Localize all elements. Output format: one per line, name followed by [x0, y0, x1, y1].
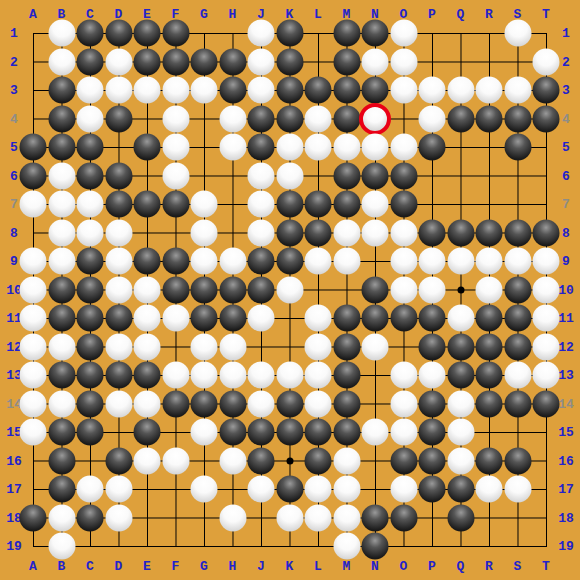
coord-label-col-bottom: D [115, 560, 123, 573]
coord-label-col-bottom: F [172, 560, 180, 573]
stone-white[interactable] [305, 333, 332, 360]
coord-label-row-right: 8 [562, 226, 570, 239]
stone-black[interactable] [219, 419, 246, 446]
stone-white[interactable] [248, 362, 275, 389]
coord-label-col-bottom: E [143, 560, 151, 573]
coord-label-row-left: 6 [10, 169, 18, 182]
stone-black[interactable] [362, 504, 389, 531]
stone-white[interactable] [390, 362, 417, 389]
stone-black[interactable] [504, 447, 531, 474]
stone-black[interactable] [362, 162, 389, 189]
stone-white[interactable] [362, 219, 389, 246]
coord-label-row-right: 7 [562, 198, 570, 211]
stone-black[interactable] [276, 105, 303, 132]
stone-black[interactable] [504, 134, 531, 161]
stone-black[interactable] [20, 162, 47, 189]
stone-white[interactable] [105, 248, 132, 275]
stone-black[interactable] [77, 20, 104, 47]
stone-black[interactable] [504, 390, 531, 417]
stone-white[interactable] [362, 333, 389, 360]
coord-label-row-right: 3 [562, 84, 570, 97]
stone-white[interactable] [219, 504, 246, 531]
coord-label-col-bottom: Q [457, 560, 465, 573]
stone-black[interactable] [333, 48, 360, 75]
stone-white[interactable] [305, 305, 332, 332]
stone-black[interactable] [105, 105, 132, 132]
stone-white[interactable] [305, 390, 332, 417]
stone-white[interactable] [219, 248, 246, 275]
coord-label-col-bottom: T [542, 560, 550, 573]
stone-black[interactable] [77, 362, 104, 389]
stone-white[interactable] [248, 77, 275, 104]
stone-black[interactable] [447, 476, 474, 503]
stone-white[interactable] [276, 362, 303, 389]
stone-black[interactable] [476, 333, 503, 360]
stone-white[interactable] [504, 476, 531, 503]
stone-black[interactable] [248, 276, 275, 303]
stone-white[interactable] [105, 219, 132, 246]
stone-white[interactable] [191, 333, 218, 360]
stone-white[interactable] [162, 77, 189, 104]
stone-black[interactable] [105, 20, 132, 47]
stone-black[interactable] [305, 77, 332, 104]
stone-white[interactable] [276, 504, 303, 531]
stone-black[interactable] [419, 134, 446, 161]
stone-black[interactable] [419, 333, 446, 360]
stone-black[interactable] [48, 476, 75, 503]
coord-label-row-right: 5 [562, 141, 570, 154]
stone-black[interactable] [191, 48, 218, 75]
stone-black[interactable] [134, 419, 161, 446]
stone-white[interactable] [134, 77, 161, 104]
stone-white[interactable] [134, 305, 161, 332]
stone-white[interactable] [533, 305, 560, 332]
stone-black[interactable] [77, 48, 104, 75]
stone-black[interactable] [219, 276, 246, 303]
stone-white[interactable] [476, 476, 503, 503]
stone-white[interactable] [191, 191, 218, 218]
stone-black[interactable] [476, 105, 503, 132]
stone-black[interactable] [77, 419, 104, 446]
stone-black[interactable] [105, 305, 132, 332]
stone-white[interactable] [276, 162, 303, 189]
stone-black[interactable] [219, 48, 246, 75]
stone-white[interactable] [248, 191, 275, 218]
stone-white[interactable] [419, 362, 446, 389]
stone-white[interactable] [48, 48, 75, 75]
stone-white[interactable] [419, 77, 446, 104]
stone-white[interactable] [219, 333, 246, 360]
stone-white[interactable] [533, 362, 560, 389]
stone-white[interactable] [390, 219, 417, 246]
stone-white[interactable] [447, 419, 474, 446]
stone-white[interactable] [533, 48, 560, 75]
stone-white[interactable] [305, 476, 332, 503]
stone-black[interactable] [20, 504, 47, 531]
coord-label-row-right: 10 [558, 283, 574, 296]
stone-black[interactable] [533, 77, 560, 104]
stone-white[interactable] [162, 305, 189, 332]
coord-label-row-left: 9 [10, 255, 18, 268]
coord-label-col-top: Q [457, 8, 465, 21]
stone-white[interactable] [419, 276, 446, 303]
stone-white[interactable] [20, 390, 47, 417]
coord-label-col-top: A [29, 8, 37, 21]
stone-white[interactable] [276, 134, 303, 161]
stone-white[interactable] [390, 476, 417, 503]
stone-white[interactable] [134, 333, 161, 360]
stone-black[interactable] [305, 447, 332, 474]
stone-white[interactable] [362, 419, 389, 446]
stone-white[interactable] [419, 105, 446, 132]
coord-label-col-bottom: O [400, 560, 408, 573]
stone-white[interactable] [162, 447, 189, 474]
stone-black[interactable] [48, 105, 75, 132]
stone-white[interactable] [533, 276, 560, 303]
stone-white[interactable] [191, 476, 218, 503]
coord-label-row-left: 16 [6, 454, 22, 467]
coord-label-row-left: 1 [10, 27, 18, 40]
stone-black[interactable] [333, 77, 360, 104]
stone-black[interactable] [248, 447, 275, 474]
stone-black[interactable] [333, 419, 360, 446]
stone-white[interactable] [248, 162, 275, 189]
coord-label-row-right: 1 [562, 27, 570, 40]
stone-black[interactable] [476, 219, 503, 246]
stone-white[interactable] [48, 504, 75, 531]
stone-white[interactable] [476, 248, 503, 275]
stone-white[interactable] [48, 333, 75, 360]
stone-white[interactable] [20, 248, 47, 275]
stone-white[interactable] [219, 362, 246, 389]
stone-black[interactable] [333, 105, 360, 132]
coord-label-row-left: 17 [6, 483, 22, 496]
stone-white[interactable] [362, 134, 389, 161]
stone-white[interactable] [390, 134, 417, 161]
stone-black[interactable] [390, 305, 417, 332]
stone-white[interactable] [305, 362, 332, 389]
stone-white[interactable] [248, 390, 275, 417]
stone-white[interactable] [390, 248, 417, 275]
stone-white[interactable] [248, 219, 275, 246]
stone-white[interactable] [390, 390, 417, 417]
stone-black[interactable] [105, 191, 132, 218]
stone-black[interactable] [276, 77, 303, 104]
stone-white[interactable] [533, 333, 560, 360]
stone-white[interactable] [134, 390, 161, 417]
stone-black[interactable] [419, 447, 446, 474]
stone-white[interactable] [390, 48, 417, 75]
stone-black[interactable] [362, 20, 389, 47]
stone-white[interactable] [476, 276, 503, 303]
stone-black[interactable] [219, 390, 246, 417]
stone-black[interactable] [77, 134, 104, 161]
coord-label-col-bottom: A [29, 560, 37, 573]
stone-white[interactable] [333, 447, 360, 474]
stone-black[interactable] [48, 419, 75, 446]
stone-white[interactable] [419, 248, 446, 275]
stone-black[interactable] [48, 77, 75, 104]
stone-white[interactable] [77, 219, 104, 246]
coord-label-col-top: T [542, 8, 550, 21]
stone-white[interactable] [248, 305, 275, 332]
stone-white[interactable] [390, 276, 417, 303]
stone-black[interactable] [134, 48, 161, 75]
stone-white[interactable] [333, 248, 360, 275]
stone-white[interactable] [48, 219, 75, 246]
stone-white[interactable] [162, 134, 189, 161]
stone-white[interactable] [48, 390, 75, 417]
stone-white[interactable] [533, 248, 560, 275]
stone-black[interactable] [48, 362, 75, 389]
stone-white[interactable] [77, 77, 104, 104]
stone-black[interactable] [20, 134, 47, 161]
stone-black[interactable] [333, 390, 360, 417]
stone-white[interactable] [219, 105, 246, 132]
coord-label-row-right: 2 [562, 55, 570, 68]
stone-black[interactable] [77, 504, 104, 531]
go-board: AABBCCDDEEFFGGHHJJKKLLMMNNOOPPQQRRSSTT11… [0, 0, 580, 580]
stone-black[interactable] [333, 20, 360, 47]
stone-black[interactable] [134, 362, 161, 389]
stone-white[interactable] [20, 333, 47, 360]
stone-white[interactable] [191, 219, 218, 246]
stone-black[interactable] [333, 333, 360, 360]
stone-black[interactable] [419, 305, 446, 332]
stone-white[interactable] [390, 419, 417, 446]
coord-label-row-right: 16 [558, 454, 574, 467]
stone-white[interactable] [447, 305, 474, 332]
stone-white[interactable] [333, 533, 360, 560]
stone-black[interactable] [77, 305, 104, 332]
stone-white[interactable] [276, 276, 303, 303]
coord-label-row-left: 2 [10, 55, 18, 68]
stone-black[interactable] [362, 305, 389, 332]
stone-white[interactable] [20, 191, 47, 218]
stone-white[interactable] [504, 248, 531, 275]
stone-white[interactable] [333, 219, 360, 246]
stone-black[interactable] [504, 333, 531, 360]
stone-white[interactable] [305, 105, 332, 132]
stone-black[interactable] [48, 447, 75, 474]
stone-black[interactable] [48, 305, 75, 332]
stone-black[interactable] [333, 362, 360, 389]
stone-white[interactable] [504, 20, 531, 47]
stone-black[interactable] [134, 134, 161, 161]
stone-black[interactable] [134, 191, 161, 218]
stone-white[interactable] [162, 162, 189, 189]
stone-black[interactable] [390, 191, 417, 218]
stone-black[interactable] [134, 248, 161, 275]
stone-black[interactable] [191, 390, 218, 417]
stone-black[interactable] [77, 333, 104, 360]
stone-white[interactable] [77, 191, 104, 218]
stone-black[interactable] [333, 191, 360, 218]
stone-white[interactable] [162, 105, 189, 132]
stone-black[interactable] [476, 390, 503, 417]
stone-black[interactable] [504, 305, 531, 332]
stone-black[interactable] [276, 248, 303, 275]
stone-white[interactable] [105, 276, 132, 303]
stone-black[interactable] [362, 276, 389, 303]
stone-black[interactable] [162, 390, 189, 417]
coord-label-col-bottom: R [485, 560, 493, 573]
stone-white[interactable] [390, 77, 417, 104]
stone-black[interactable] [533, 390, 560, 417]
stone-black[interactable] [276, 48, 303, 75]
stone-white[interactable] [362, 48, 389, 75]
stone-black[interactable] [533, 219, 560, 246]
stone-black[interactable] [476, 447, 503, 474]
stone-black[interactable] [48, 276, 75, 303]
stone-white[interactable] [48, 191, 75, 218]
stone-white[interactable] [447, 77, 474, 104]
stone-black[interactable] [77, 390, 104, 417]
stone-white[interactable] [333, 476, 360, 503]
stone-black[interactable] [419, 390, 446, 417]
stone-black[interactable] [305, 419, 332, 446]
stone-white[interactable] [248, 48, 275, 75]
stone-black[interactable] [419, 219, 446, 246]
coord-label-row-right: 4 [562, 112, 570, 125]
coord-label-col-bottom: K [286, 560, 294, 573]
stone-black[interactable] [476, 362, 503, 389]
stone-black[interactable] [533, 105, 560, 132]
coord-label-row-right: 9 [562, 255, 570, 268]
stone-black[interactable] [48, 134, 75, 161]
stone-black[interactable] [419, 419, 446, 446]
stone-white[interactable] [248, 476, 275, 503]
stone-white[interactable] [134, 276, 161, 303]
stone-black[interactable] [276, 390, 303, 417]
stone-black[interactable] [105, 447, 132, 474]
stone-white[interactable] [219, 134, 246, 161]
stone-white[interactable] [504, 77, 531, 104]
stone-black[interactable] [362, 77, 389, 104]
stone-black[interactable] [305, 191, 332, 218]
stone-black[interactable] [162, 276, 189, 303]
stone-white[interactable] [48, 20, 75, 47]
stone-black[interactable] [276, 419, 303, 446]
stone-white[interactable] [333, 504, 360, 531]
stone-white[interactable] [447, 447, 474, 474]
stone-black[interactable] [504, 219, 531, 246]
stone-white[interactable] [191, 362, 218, 389]
stone-white[interactable] [191, 77, 218, 104]
stone-white[interactable] [105, 77, 132, 104]
stone-black[interactable] [333, 305, 360, 332]
coord-label-row-left: 3 [10, 84, 18, 97]
stone-white[interactable] [447, 248, 474, 275]
stone-black[interactable] [447, 504, 474, 531]
stone-black[interactable] [77, 162, 104, 189]
stone-black[interactable] [390, 162, 417, 189]
stone-black[interactable] [276, 191, 303, 218]
coord-label-col-bottom: P [428, 560, 436, 573]
stone-black[interactable] [162, 20, 189, 47]
stone-black[interactable] [447, 219, 474, 246]
stone-white[interactable] [162, 362, 189, 389]
stone-black[interactable] [162, 48, 189, 75]
stone-white[interactable] [105, 48, 132, 75]
stone-black[interactable] [362, 533, 389, 560]
stone-black[interactable] [219, 305, 246, 332]
stone-white[interactable] [476, 77, 503, 104]
stone-black[interactable] [248, 134, 275, 161]
stone-white[interactable] [77, 105, 104, 132]
stone-black[interactable] [447, 362, 474, 389]
stone-black[interactable] [162, 191, 189, 218]
stone-black[interactable] [390, 447, 417, 474]
stone-black[interactable] [134, 20, 161, 47]
stone-white[interactable] [105, 476, 132, 503]
stone-white[interactable] [134, 447, 161, 474]
stone-black[interactable] [77, 248, 104, 275]
stone-black[interactable] [504, 276, 531, 303]
stone-black[interactable] [447, 333, 474, 360]
stone-black[interactable] [162, 248, 189, 275]
stone-black[interactable] [390, 504, 417, 531]
stone-black[interactable] [333, 162, 360, 189]
stone-white[interactable] [504, 362, 531, 389]
stone-white[interactable] [20, 362, 47, 389]
stone-white[interactable] [105, 333, 132, 360]
marked-stone-white[interactable] [359, 103, 391, 135]
stone-white[interactable] [390, 20, 417, 47]
stone-white[interactable] [305, 134, 332, 161]
stone-white[interactable] [362, 191, 389, 218]
coord-label-row-right: 13 [558, 369, 574, 382]
stone-black[interactable] [305, 219, 332, 246]
stone-white[interactable] [48, 248, 75, 275]
stone-black[interactable] [476, 305, 503, 332]
stone-white[interactable] [20, 305, 47, 332]
stone-black[interactable] [504, 105, 531, 132]
stone-white[interactable] [191, 248, 218, 275]
stone-white[interactable] [191, 419, 218, 446]
stone-black[interactable] [105, 362, 132, 389]
stone-white[interactable] [77, 476, 104, 503]
stone-black[interactable] [248, 105, 275, 132]
stone-white[interactable] [105, 390, 132, 417]
stone-black[interactable] [248, 419, 275, 446]
stone-black[interactable] [219, 77, 246, 104]
stone-white[interactable] [48, 533, 75, 560]
stone-white[interactable] [305, 504, 332, 531]
stone-black[interactable] [191, 276, 218, 303]
stone-white[interactable] [20, 276, 47, 303]
stone-white[interactable] [20, 419, 47, 446]
stone-black[interactable] [105, 162, 132, 189]
coord-label-col-bottom: N [371, 560, 379, 573]
stone-white[interactable] [248, 20, 275, 47]
stone-black[interactable] [248, 248, 275, 275]
stone-black[interactable] [77, 276, 104, 303]
stone-white[interactable] [105, 504, 132, 531]
stone-black[interactable] [447, 105, 474, 132]
coord-label-row-right: 14 [558, 397, 574, 410]
stone-white[interactable] [48, 162, 75, 189]
stone-black[interactable] [276, 20, 303, 47]
stone-white[interactable] [305, 248, 332, 275]
stone-white[interactable] [447, 390, 474, 417]
stone-black[interactable] [191, 305, 218, 332]
stone-black[interactable] [276, 476, 303, 503]
stone-black[interactable] [276, 219, 303, 246]
stone-white[interactable] [333, 134, 360, 161]
stone-black[interactable] [419, 476, 446, 503]
stone-white[interactable] [219, 447, 246, 474]
